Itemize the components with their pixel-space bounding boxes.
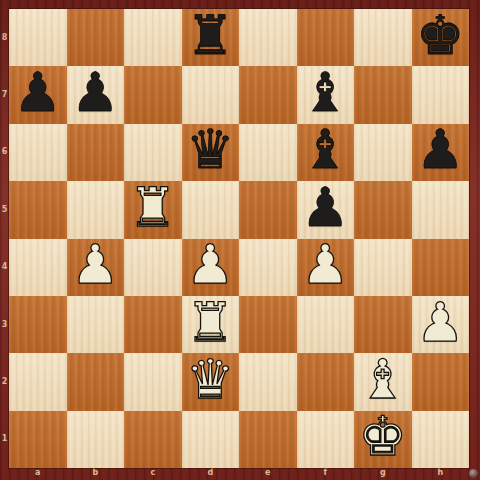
square-g1[interactable]: ♚ [354, 411, 412, 468]
square-g8[interactable] [354, 9, 412, 66]
square-h3[interactable]: ♟ [412, 296, 470, 353]
black-pawn-a7[interactable]: ♟ [14, 66, 62, 120]
square-b3[interactable] [67, 296, 125, 353]
square-b4[interactable]: ♟ [67, 239, 125, 296]
black-pawn-b7[interactable]: ♟ [71, 66, 119, 120]
square-f5[interactable]: ♟ [297, 181, 355, 238]
rank-label-1: 1 [0, 411, 9, 468]
square-a2[interactable] [9, 353, 67, 410]
square-d2[interactable]: ♛ [182, 353, 240, 410]
square-h5[interactable] [412, 181, 470, 238]
white-queen-d2[interactable]: ♛ [186, 353, 234, 407]
white-bishop-g2[interactable]: ♝ [359, 353, 407, 407]
square-b2[interactable] [67, 353, 125, 410]
rank-label-6: 6 [0, 124, 9, 181]
square-c6[interactable] [124, 124, 182, 181]
file-label-d: d [182, 468, 240, 480]
square-h2[interactable] [412, 353, 470, 410]
square-e1[interactable] [239, 411, 297, 468]
square-e4[interactable] [239, 239, 297, 296]
square-a3[interactable] [9, 296, 67, 353]
square-b5[interactable] [67, 181, 125, 238]
square-e8[interactable] [239, 9, 297, 66]
white-pawn-h3[interactable]: ♟ [416, 296, 464, 350]
square-c7[interactable] [124, 66, 182, 123]
square-f7[interactable]: ♝ [297, 66, 355, 123]
black-bishop-f7[interactable]: ♝ [301, 66, 349, 120]
file-label-a: a [9, 468, 67, 480]
square-a1[interactable] [9, 411, 67, 468]
black-king-h8[interactable]: ♚ [416, 9, 464, 63]
rank-label-2: 2 [0, 353, 9, 410]
board: ♜♚♟♟♝♛♝♟♜♟♟♟♟♜♟♛♝♚ [9, 9, 469, 468]
black-queen-d6[interactable]: ♛ [186, 124, 234, 178]
rank-label-4: 4 [0, 239, 9, 296]
square-b7[interactable]: ♟ [67, 66, 125, 123]
square-e5[interactable] [239, 181, 297, 238]
white-pawn-b4[interactable]: ♟ [71, 239, 119, 293]
black-bishop-f6[interactable]: ♝ [301, 124, 349, 178]
square-h4[interactable] [412, 239, 470, 296]
square-e7[interactable] [239, 66, 297, 123]
square-e3[interactable] [239, 296, 297, 353]
rank-label-3: 3 [0, 296, 9, 353]
square-g2[interactable]: ♝ [354, 353, 412, 410]
square-h7[interactable] [412, 66, 470, 123]
square-a4[interactable] [9, 239, 67, 296]
square-g7[interactable] [354, 66, 412, 123]
square-g4[interactable] [354, 239, 412, 296]
file-label-h: h [412, 468, 470, 480]
square-b8[interactable] [67, 9, 125, 66]
white-king-g1[interactable]: ♚ [359, 411, 407, 465]
square-c2[interactable] [124, 353, 182, 410]
square-a8[interactable] [9, 9, 67, 66]
square-h1[interactable] [412, 411, 470, 468]
square-d1[interactable] [182, 411, 240, 468]
square-b1[interactable] [67, 411, 125, 468]
square-c1[interactable] [124, 411, 182, 468]
square-f4[interactable]: ♟ [297, 239, 355, 296]
square-f1[interactable] [297, 411, 355, 468]
square-h8[interactable]: ♚ [412, 9, 470, 66]
square-d7[interactable] [182, 66, 240, 123]
square-h6[interactable]: ♟ [412, 124, 470, 181]
square-d5[interactable] [182, 181, 240, 238]
square-c8[interactable] [124, 9, 182, 66]
square-a7[interactable]: ♟ [9, 66, 67, 123]
rank-label-8: 8 [0, 9, 9, 66]
square-d4[interactable]: ♟ [182, 239, 240, 296]
rank-label-7: 7 [0, 66, 9, 123]
square-f3[interactable] [297, 296, 355, 353]
square-d3[interactable]: ♜ [182, 296, 240, 353]
square-c4[interactable] [124, 239, 182, 296]
rank-label-5: 5 [0, 181, 9, 238]
white-rook-c5[interactable]: ♜ [129, 181, 177, 235]
file-label-c: c [124, 468, 182, 480]
white-pawn-d4[interactable]: ♟ [186, 239, 234, 293]
square-f6[interactable]: ♝ [297, 124, 355, 181]
square-a6[interactable] [9, 124, 67, 181]
square-c3[interactable] [124, 296, 182, 353]
file-label-f: f [297, 468, 355, 480]
square-e2[interactable] [239, 353, 297, 410]
square-f2[interactable] [297, 353, 355, 410]
file-label-g: g [354, 468, 412, 480]
rank-labels: 87654321 [0, 9, 9, 468]
square-g5[interactable] [354, 181, 412, 238]
square-g3[interactable] [354, 296, 412, 353]
square-e6[interactable] [239, 124, 297, 181]
corner-stud-icon [469, 469, 478, 478]
file-labels: abcdefgh [9, 468, 469, 480]
square-a5[interactable] [9, 181, 67, 238]
black-pawn-h6[interactable]: ♟ [416, 124, 464, 178]
square-g6[interactable] [354, 124, 412, 181]
square-c5[interactable]: ♜ [124, 181, 182, 238]
square-b6[interactable] [67, 124, 125, 181]
square-d6[interactable]: ♛ [182, 124, 240, 181]
square-d8[interactable]: ♜ [182, 9, 240, 66]
chess-board-frame: 87654321 abcdefgh ♜♚♟♟♝♛♝♟♜♟♟♟♟♜♟♛♝♚ [0, 0, 480, 480]
file-label-e: e [239, 468, 297, 480]
white-rook-d3[interactable]: ♜ [186, 296, 234, 350]
square-f8[interactable] [297, 9, 355, 66]
file-label-b: b [67, 468, 125, 480]
black-pawn-f5[interactable]: ♟ [301, 181, 349, 235]
white-pawn-f4[interactable]: ♟ [301, 239, 349, 293]
black-rook-d8[interactable]: ♜ [186, 9, 234, 63]
